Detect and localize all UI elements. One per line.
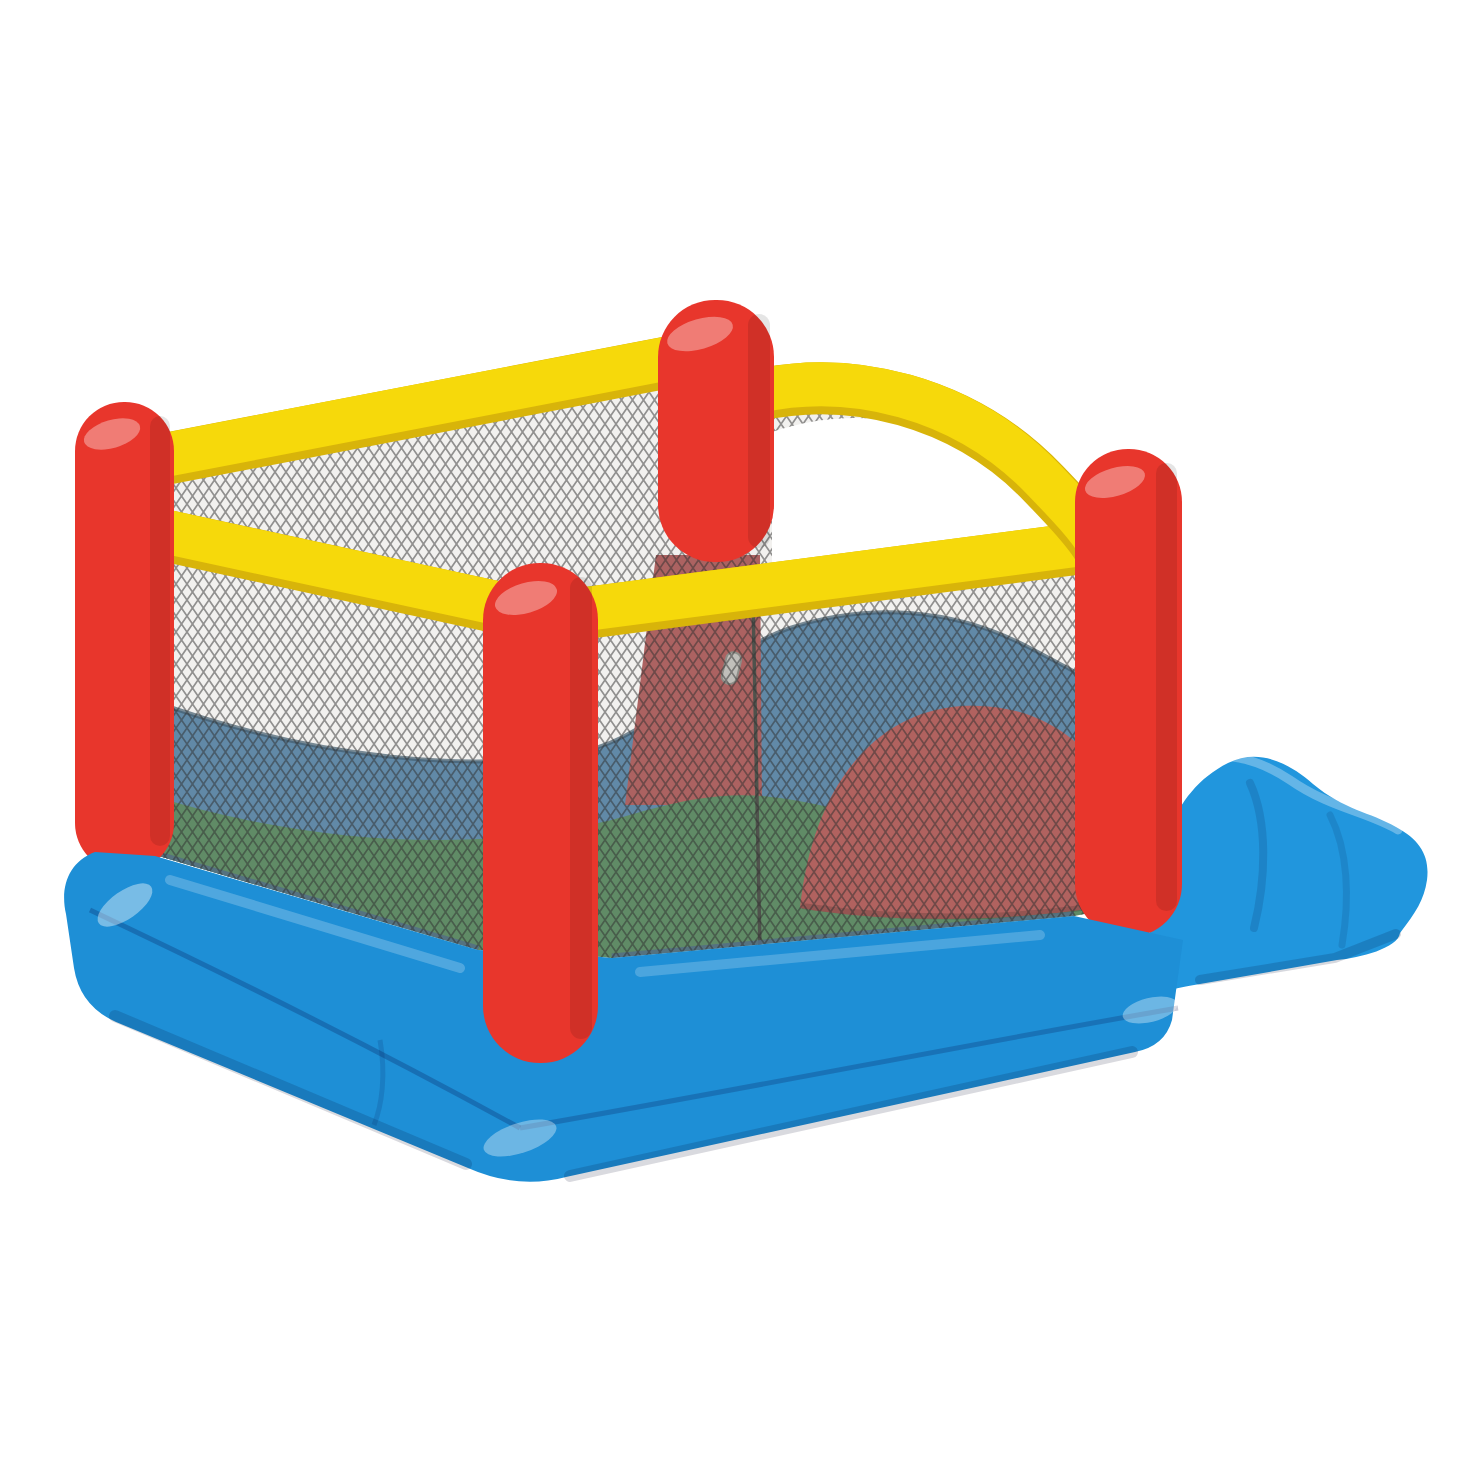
post-back (658, 300, 774, 562)
post-front (483, 563, 598, 1063)
bounce-house-illustration (0, 0, 1470, 1470)
post-back-shade (748, 314, 770, 548)
product-photo-bounce-house (0, 0, 1470, 1470)
post-right (1075, 449, 1182, 937)
post-front-shade (570, 577, 592, 1039)
post-left-shade (150, 416, 170, 846)
post-right-shade (1156, 463, 1177, 911)
post-left (75, 402, 174, 872)
